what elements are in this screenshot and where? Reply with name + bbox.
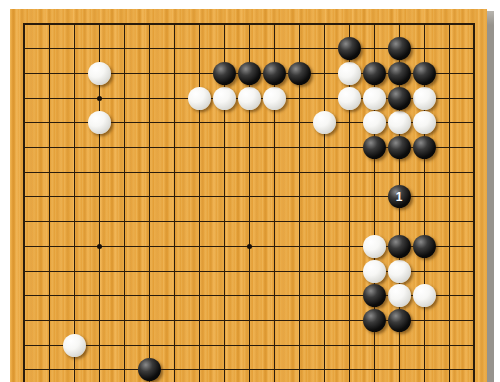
black-stone — [388, 62, 411, 85]
star-point — [97, 244, 102, 249]
black-stone — [388, 235, 411, 258]
black-stone — [388, 309, 411, 332]
white-stone — [63, 334, 86, 357]
black-stone — [413, 235, 436, 258]
grid-line-vertical — [74, 23, 75, 382]
white-stone — [363, 260, 386, 283]
marked-move-stone: 1 — [388, 185, 411, 208]
white-stone — [388, 284, 411, 307]
white-stone — [263, 87, 286, 110]
grid-line-vertical — [124, 23, 125, 382]
black-stone — [338, 37, 361, 60]
black-stone — [363, 309, 386, 332]
grid-line-horizontal — [23, 172, 475, 173]
grid-line-horizontal — [23, 369, 475, 370]
white-stone — [188, 87, 211, 110]
white-stone — [388, 111, 411, 134]
black-stone — [413, 136, 436, 159]
black-stone — [363, 284, 386, 307]
grid-line-horizontal — [23, 23, 475, 25]
white-stone — [338, 87, 361, 110]
white-stone — [363, 235, 386, 258]
white-stone — [413, 111, 436, 134]
black-stone — [238, 62, 261, 85]
grid-line-vertical — [174, 23, 175, 382]
black-stone — [363, 136, 386, 159]
white-stone — [363, 111, 386, 134]
board-shadow — [487, 11, 494, 382]
star-point — [247, 244, 252, 249]
white-stone — [213, 87, 236, 110]
black-stone — [388, 87, 411, 110]
grid-line-vertical — [449, 23, 450, 382]
black-stone — [263, 62, 286, 85]
white-stone — [363, 87, 386, 110]
grid-line-horizontal — [23, 345, 475, 346]
white-stone — [413, 87, 436, 110]
black-stone — [388, 37, 411, 60]
black-stone — [138, 358, 161, 381]
grid-line-vertical — [324, 23, 325, 382]
white-stone — [88, 62, 111, 85]
go-board[interactable]: 1 — [10, 9, 487, 382]
white-stone — [338, 62, 361, 85]
star-point — [97, 96, 102, 101]
grid-line-vertical — [23, 23, 25, 382]
move-number-label: 1 — [396, 191, 403, 203]
black-stone — [413, 62, 436, 85]
white-stone — [313, 111, 336, 134]
white-stone — [413, 284, 436, 307]
white-stone — [88, 111, 111, 134]
grid-line-vertical — [49, 23, 50, 382]
black-stone — [388, 136, 411, 159]
grid-line-vertical — [199, 23, 200, 382]
black-stone — [363, 62, 386, 85]
grid-line-horizontal — [23, 221, 475, 222]
grid-line-vertical — [473, 23, 475, 382]
white-stone — [388, 260, 411, 283]
black-stone — [288, 62, 311, 85]
white-stone — [238, 87, 261, 110]
black-stone — [213, 62, 236, 85]
go-diagram: 1 — [0, 0, 500, 382]
grid-line-vertical — [149, 23, 150, 382]
